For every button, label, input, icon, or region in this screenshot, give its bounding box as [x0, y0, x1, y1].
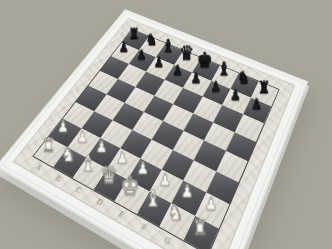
white-rook-h1[interactable]: ♜ — [185, 217, 214, 237]
board-border-band: ♜♞♝♛♚♝♞♜♟♟♟♟♟♟♟♟♟♟♟♟♟♟♟♟♜♞♝♛♚♝♞♜ ABCDEFG… — [12, 18, 295, 249]
square-h6[interactable] — [234, 114, 264, 142]
black-rook-h8[interactable]: ♜ — [252, 79, 275, 95]
white-pawn-h2[interactable]: ♟ — [197, 195, 225, 213]
square-f4[interactable] — [173, 131, 204, 160]
chess-scene: ♜♞♝♛♚♝♞♜♟♟♟♟♟♟♟♟♟♟♟♟♟♟♟♟♜♞♝♛♚♝♞♜ ABCDEFG… — [0, 0, 332, 249]
black-knight-g8[interactable]: ♞ — [232, 70, 255, 87]
board-grid: ♜♞♝♛♚♝♞♜♟♟♟♟♟♟♟♟♟♟♟♟♟♟♟♟♜♞♝♛♚♝♞♜ — [32, 29, 279, 249]
black-pawn-h7[interactable]: ♟ — [244, 97, 268, 112]
black-pawn-g7[interactable]: ♟ — [224, 88, 247, 103]
render-background: ♜♞♝♛♚♝♞♜♟♟♟♟♟♟♟♟♟♟♟♟♟♟♟♟♜♞♝♛♚♝♞♜ ABCDEFG… — [0, 0, 332, 249]
board-frame: ♜♞♝♛♚♝♞♜♟♟♟♟♟♟♟♟♟♟♟♟♟♟♟♟♜♞♝♛♚♝♞♜ ABCDEFG… — [0, 9, 308, 249]
chess-board: ♜♞♝♛♚♝♞♜♟♟♟♟♟♟♟♟♟♟♟♟♟♟♟♟♜♞♝♛♚♝♞♜ ABCDEFG… — [0, 9, 308, 249]
